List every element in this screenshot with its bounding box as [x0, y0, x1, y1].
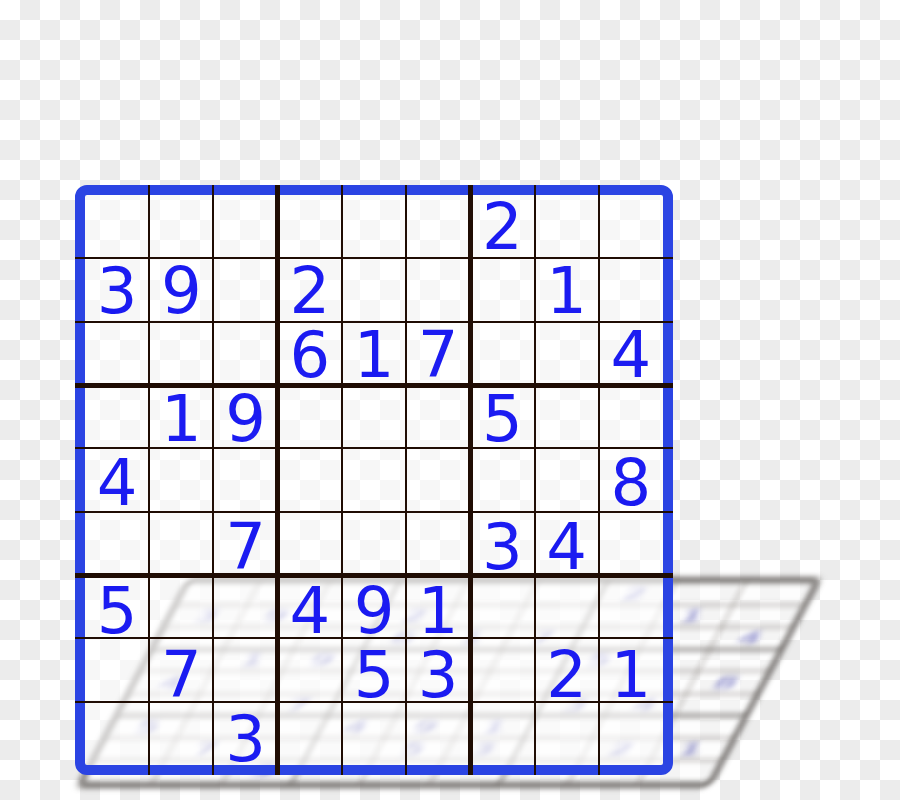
cell-r5c5[interactable] — [342, 451, 406, 515]
cell-r7c1[interactable]: 5 — [85, 579, 149, 643]
cell-r6c6[interactable] — [406, 515, 470, 579]
cell-r2c5[interactable] — [342, 259, 406, 323]
cell-r5c6[interactable] — [406, 451, 470, 515]
cell-r4c2[interactable]: 1 — [149, 387, 213, 451]
cell-r1c6[interactable] — [406, 195, 470, 259]
shadow-digit: 1 — [677, 609, 708, 624]
cell-r4c5[interactable] — [342, 387, 406, 451]
cell-r6c3[interactable]: 7 — [213, 515, 277, 579]
cell-r1c4[interactable] — [278, 195, 342, 259]
cell-r1c7[interactable]: 2 — [470, 195, 534, 259]
cell-r5c8[interactable] — [535, 451, 599, 515]
cell-r1c2[interactable] — [149, 195, 213, 259]
cell-r3c7[interactable] — [470, 323, 534, 387]
cell-r8c9[interactable]: 1 — [599, 643, 663, 707]
cell-r3c1[interactable] — [85, 323, 149, 387]
cell-r2c1[interactable]: 3 — [85, 259, 149, 323]
cell-r2c3[interactable] — [213, 259, 277, 323]
cell-r5c1[interactable]: 4 — [85, 451, 149, 515]
cell-r8c5[interactable]: 5 — [342, 643, 406, 707]
cell-r8c8[interactable]: 2 — [535, 643, 599, 707]
board-cells: 239216174195487345491753213 — [85, 195, 663, 765]
cell-r2c8[interactable]: 1 — [535, 259, 599, 323]
cell-r4c4[interactable] — [278, 387, 342, 451]
cell-r8c2[interactable]: 7 — [149, 643, 213, 707]
cell-r2c7[interactable] — [470, 259, 534, 323]
cell-r9c6[interactable] — [406, 707, 470, 771]
cell-r9c3[interactable]: 3 — [213, 707, 277, 771]
cell-r5c3[interactable] — [213, 451, 277, 515]
cell-r6c2[interactable] — [149, 515, 213, 579]
cell-r5c4[interactable] — [278, 451, 342, 515]
cell-r3c6[interactable]: 7 — [406, 323, 470, 387]
cell-r6c4[interactable] — [278, 515, 342, 579]
cell-r4c6[interactable] — [406, 387, 470, 451]
cell-r4c1[interactable] — [85, 387, 149, 451]
shadow-digit: 1 — [675, 741, 706, 756]
cell-r5c7[interactable] — [470, 451, 534, 515]
cell-r7c5[interactable]: 9 — [342, 579, 406, 643]
cell-r9c7[interactable] — [470, 707, 534, 771]
canvas: { "game": "sudoku", "position": "......2… — [0, 0, 900, 800]
cell-r8c3[interactable] — [213, 643, 277, 707]
cell-r7c8[interactable] — [535, 579, 599, 643]
cell-r9c4[interactable] — [278, 707, 342, 771]
cell-r8c4[interactable] — [278, 643, 342, 707]
cell-r9c9[interactable] — [599, 707, 663, 771]
cell-r6c7[interactable]: 3 — [470, 515, 534, 579]
cell-r5c9[interactable]: 8 — [599, 451, 663, 515]
cell-r2c2[interactable]: 9 — [149, 259, 213, 323]
cell-r7c4[interactable]: 4 — [278, 579, 342, 643]
cell-r7c3[interactable] — [213, 579, 277, 643]
cell-r1c3[interactable] — [213, 195, 277, 259]
cell-r8c1[interactable] — [85, 643, 149, 707]
cell-r7c9[interactable] — [599, 579, 663, 643]
cell-r1c9[interactable] — [599, 195, 663, 259]
cell-r6c5[interactable] — [342, 515, 406, 579]
cell-r7c7[interactable] — [470, 579, 534, 643]
cell-r8c7[interactable] — [470, 643, 534, 707]
cell-r4c8[interactable] — [535, 387, 599, 451]
cell-r1c5[interactable] — [342, 195, 406, 259]
cell-r2c4[interactable]: 2 — [278, 259, 342, 323]
cell-r3c8[interactable] — [535, 323, 599, 387]
cell-r9c5[interactable] — [342, 707, 406, 771]
cell-r1c8[interactable] — [535, 195, 599, 259]
shadow-digit: 4 — [734, 631, 765, 646]
cell-r4c3[interactable]: 9 — [213, 387, 277, 451]
cell-r4c7[interactable]: 5 — [470, 387, 534, 451]
cell-r8c6[interactable]: 3 — [406, 643, 470, 707]
cell-r3c4[interactable]: 6 — [278, 323, 342, 387]
cell-r6c1[interactable] — [85, 515, 149, 579]
cell-r3c9[interactable]: 4 — [599, 323, 663, 387]
cell-r6c8[interactable]: 4 — [535, 515, 599, 579]
cell-r3c2[interactable] — [149, 323, 213, 387]
cell-r3c5[interactable]: 1 — [342, 323, 406, 387]
cell-r9c8[interactable] — [535, 707, 599, 771]
cell-r7c2[interactable] — [149, 579, 213, 643]
cell-r9c1[interactable] — [85, 707, 149, 771]
cell-r6c9[interactable] — [599, 515, 663, 579]
cell-r9c2[interactable] — [149, 707, 213, 771]
cell-r2c6[interactable] — [406, 259, 470, 323]
cell-r1c1[interactable] — [85, 195, 149, 259]
sudoku-board: 239216174195487345491753213 — [75, 185, 673, 775]
cell-r7c6[interactable]: 1 — [406, 579, 470, 643]
cell-r3c3[interactable] — [213, 323, 277, 387]
cell-r4c9[interactable] — [599, 387, 663, 451]
shadow-digit: 8 — [711, 675, 742, 690]
cell-r5c2[interactable] — [149, 451, 213, 515]
cell-r2c9[interactable] — [599, 259, 663, 323]
